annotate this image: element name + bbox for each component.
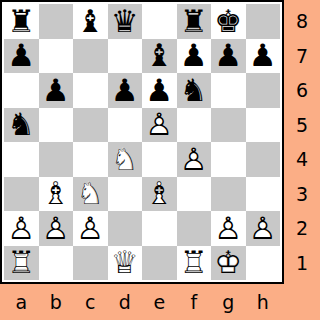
file-label-d: d: [108, 284, 143, 320]
page-background: { "game": "chess", "position": { "fen": …: [0, 0, 320, 320]
square-f1[interactable]: ♜♖: [177, 246, 212, 281]
square-a7[interactable]: ♟: [4, 39, 39, 74]
white-pawn[interactable]: ♟♙: [246, 211, 281, 246]
rank-label-4: 4: [284, 142, 320, 177]
square-a2[interactable]: ♟♙: [4, 211, 39, 246]
white-pawn[interactable]: ♟♙: [73, 211, 108, 246]
square-d5[interactable]: [108, 108, 143, 143]
square-f8[interactable]: ♜: [177, 4, 212, 39]
white-bishop[interactable]: ♝♗: [39, 177, 74, 212]
square-g4[interactable]: [211, 142, 246, 177]
black-queen[interactable]: ♛: [108, 4, 143, 39]
piece-glyph: ♙: [73, 211, 108, 246]
piece-glyph: ♟: [177, 39, 212, 74]
piece-glyph: ♜: [177, 4, 212, 39]
piece-glyph: ♕: [108, 246, 143, 281]
black-pawn[interactable]: ♟: [142, 73, 177, 108]
square-f5[interactable]: [177, 108, 212, 143]
square-d2[interactable]: [108, 211, 143, 246]
rank-label-5: 5: [284, 108, 320, 143]
white-knight[interactable]: ♞♘: [73, 177, 108, 212]
white-pawn[interactable]: ♟♙: [211, 211, 246, 246]
square-a5[interactable]: ♞: [4, 108, 39, 143]
square-b7[interactable]: [39, 39, 74, 74]
black-pawn[interactable]: ♟: [211, 39, 246, 74]
square-a4[interactable]: [4, 142, 39, 177]
rank-label-7: 7: [284, 39, 320, 74]
piece-glyph: ♟: [246, 39, 281, 74]
white-rook[interactable]: ♜♖: [177, 246, 212, 281]
square-e6[interactable]: ♟: [142, 73, 177, 108]
white-pawn[interactable]: ♟♙: [142, 108, 177, 143]
square-c2[interactable]: ♟♙: [73, 211, 108, 246]
square-f3[interactable]: [177, 177, 212, 212]
black-rook[interactable]: ♜: [4, 4, 39, 39]
white-king[interactable]: ♚♔: [211, 246, 246, 281]
square-d3[interactable]: [108, 177, 143, 212]
white-bishop[interactable]: ♝♗: [142, 177, 177, 212]
piece-glyph: ♖: [177, 246, 212, 281]
rank-label-1: 1: [284, 246, 320, 281]
piece-glyph: ♜: [4, 4, 39, 39]
square-b4[interactable]: [39, 142, 74, 177]
square-h7[interactable]: ♟: [246, 39, 281, 74]
piece-glyph: ♟: [4, 39, 39, 74]
piece-glyph: ♔: [211, 246, 246, 281]
square-c3[interactable]: ♞♘: [73, 177, 108, 212]
square-g2[interactable]: ♟♙: [211, 211, 246, 246]
piece-glyph: ♝: [73, 4, 108, 39]
square-h5[interactable]: [246, 108, 281, 143]
file-label-a: a: [4, 284, 39, 320]
white-pawn[interactable]: ♟♙: [39, 211, 74, 246]
rank-label-3: 3: [284, 177, 320, 212]
chess-board: ♜♝♛♜♚♟♝♟♟♟♟♟♟♞♞♟♙♞♘♟♙♝♗♞♘♝♗♟♙♟♙♟♙♟♙♟♙♜♖♛…: [0, 0, 284, 284]
white-pawn[interactable]: ♟♙: [4, 211, 39, 246]
rank-label-2: 2: [284, 211, 320, 246]
square-e3[interactable]: ♝♗: [142, 177, 177, 212]
square-d4[interactable]: ♞♘: [108, 142, 143, 177]
square-h4[interactable]: [246, 142, 281, 177]
piece-glyph: ♘: [73, 177, 108, 212]
board-grid: ♜♝♛♜♚♟♝♟♟♟♟♟♟♞♞♟♙♞♘♟♙♝♗♞♘♝♗♟♙♟♙♟♙♟♙♟♙♜♖♛…: [4, 4, 280, 280]
piece-glyph: ♖: [4, 246, 39, 281]
square-a1[interactable]: ♜♖: [4, 246, 39, 281]
file-labels: abcdefgh: [4, 284, 280, 320]
square-d1[interactable]: ♛♕: [108, 246, 143, 281]
square-c6[interactable]: [73, 73, 108, 108]
white-pawn[interactable]: ♟♙: [177, 142, 212, 177]
black-pawn[interactable]: ♟: [4, 39, 39, 74]
square-f6[interactable]: ♞: [177, 73, 212, 108]
square-d7[interactable]: [108, 39, 143, 74]
piece-glyph: ♘: [108, 142, 143, 177]
rank-labels: 87654321: [284, 4, 320, 280]
rank-label-8: 8: [284, 4, 320, 39]
square-g7[interactable]: ♟: [211, 39, 246, 74]
square-h2[interactable]: ♟♙: [246, 211, 281, 246]
square-c5[interactable]: [73, 108, 108, 143]
square-b8[interactable]: [39, 4, 74, 39]
piece-glyph: ♞: [177, 73, 212, 108]
file-label-b: b: [39, 284, 74, 320]
square-g8[interactable]: ♚: [211, 4, 246, 39]
square-g5[interactable]: [211, 108, 246, 143]
piece-glyph: ♛: [108, 4, 143, 39]
piece-glyph: ♟: [142, 73, 177, 108]
square-g1[interactable]: ♚♔: [211, 246, 246, 281]
white-knight[interactable]: ♞♘: [108, 142, 143, 177]
file-label-g: g: [211, 284, 246, 320]
file-label-h: h: [246, 284, 281, 320]
black-knight[interactable]: ♞: [177, 73, 212, 108]
piece-glyph: ♗: [142, 177, 177, 212]
square-h1[interactable]: [246, 246, 281, 281]
file-label-c: c: [73, 284, 108, 320]
white-queen[interactable]: ♛♕: [108, 246, 143, 281]
square-h3[interactable]: [246, 177, 281, 212]
piece-glyph: ♙: [177, 142, 212, 177]
black-pawn[interactable]: ♟: [246, 39, 281, 74]
square-b5[interactable]: [39, 108, 74, 143]
square-c7[interactable]: [73, 39, 108, 74]
square-a6[interactable]: [4, 73, 39, 108]
square-e2[interactable]: [142, 211, 177, 246]
piece-glyph: ♟: [108, 73, 143, 108]
square-c1[interactable]: [73, 246, 108, 281]
black-pawn[interactable]: ♟: [108, 73, 143, 108]
square-e8[interactable]: [142, 4, 177, 39]
rank-label-6: 6: [284, 73, 320, 108]
square-a3[interactable]: [4, 177, 39, 212]
file-label-f: f: [177, 284, 212, 320]
black-pawn[interactable]: ♟: [39, 73, 74, 108]
square-g6[interactable]: [211, 73, 246, 108]
square-b2[interactable]: ♟♙: [39, 211, 74, 246]
white-rook[interactable]: ♜♖: [4, 246, 39, 281]
square-f4[interactable]: ♟♙: [177, 142, 212, 177]
black-king[interactable]: ♚: [211, 4, 246, 39]
piece-glyph: ♙: [142, 108, 177, 143]
square-e1[interactable]: [142, 246, 177, 281]
black-bishop[interactable]: ♝: [73, 4, 108, 39]
piece-glyph: ♙: [246, 211, 281, 246]
square-e4[interactable]: [142, 142, 177, 177]
square-d6[interactable]: ♟: [108, 73, 143, 108]
black-pawn[interactable]: ♟: [177, 39, 212, 74]
square-e5[interactable]: ♟♙: [142, 108, 177, 143]
piece-glyph: ♙: [211, 211, 246, 246]
square-b6[interactable]: ♟: [39, 73, 74, 108]
piece-glyph: ♚: [211, 4, 246, 39]
square-h8[interactable]: [246, 4, 281, 39]
square-c4[interactable]: [73, 142, 108, 177]
piece-glyph: ♞: [4, 108, 39, 143]
black-knight[interactable]: ♞: [4, 108, 39, 143]
piece-glyph: ♝: [142, 39, 177, 74]
square-a8[interactable]: ♜: [4, 4, 39, 39]
square-b1[interactable]: [39, 246, 74, 281]
square-g3[interactable]: [211, 177, 246, 212]
square-b3[interactable]: ♝♗: [39, 177, 74, 212]
piece-glyph: ♟: [211, 39, 246, 74]
piece-glyph: ♗: [39, 177, 74, 212]
square-f7[interactable]: ♟: [177, 39, 212, 74]
piece-glyph: ♟: [39, 73, 74, 108]
square-c8[interactable]: ♝: [73, 4, 108, 39]
piece-glyph: ♙: [4, 211, 39, 246]
black-rook[interactable]: ♜: [177, 4, 212, 39]
file-label-e: e: [142, 284, 177, 320]
square-e7[interactable]: ♝: [142, 39, 177, 74]
square-h6[interactable]: [246, 73, 281, 108]
square-d8[interactable]: ♛: [108, 4, 143, 39]
black-bishop[interactable]: ♝: [142, 39, 177, 74]
square-f2[interactable]: [177, 211, 212, 246]
piece-glyph: ♙: [39, 211, 74, 246]
